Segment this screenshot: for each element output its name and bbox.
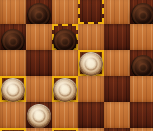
square-r0c1[interactable]: ⛂ [26,0,52,24]
square-r3c2[interactable]: ⛀ [52,76,78,102]
square-r3c4[interactable] [104,76,130,102]
solid-highlight [0,128,26,131]
board: ⛂⛂⛂⛂⛀⛂⛀⛀⛀ [0,0,153,131]
square-r1c3 [78,24,104,50]
square-r4c5[interactable] [130,102,153,128]
square-r5c2[interactable] [52,128,78,131]
square-r0c5[interactable]: ⛂ [130,0,153,24]
square-r3c0[interactable]: ⛀ [0,76,26,102]
square-r4c0 [0,102,26,128]
square-r2c5[interactable]: ⛂ [130,50,153,76]
square-r5c5 [130,128,153,131]
square-r1c0[interactable]: ⛂ [0,24,26,50]
square-r3c3 [78,76,104,102]
light-piece[interactable]: ⛀ [79,52,103,76]
square-r1c4[interactable] [104,24,130,50]
light-piece[interactable]: ⛀ [1,78,25,102]
square-r5c3 [78,128,104,131]
dashed-highlight [78,0,104,24]
square-r1c2[interactable]: ⛂ [52,24,78,50]
square-r0c3[interactable] [78,0,104,24]
square-r1c1 [26,24,52,50]
square-r2c2 [52,50,78,76]
light-piece[interactable]: ⛀ [27,104,51,128]
square-r4c3[interactable] [78,102,104,128]
square-r0c4 [104,0,130,24]
square-r4c1[interactable]: ⛀ [26,102,52,128]
square-r5c1 [26,128,52,131]
square-r3c5 [130,76,153,102]
square-r4c4 [104,102,130,128]
square-r2c1[interactable] [26,50,52,76]
square-r5c4[interactable] [104,128,130,131]
square-r2c3[interactable]: ⛀ [78,50,104,76]
light-piece[interactable]: ⛀ [53,78,77,102]
square-r3c1 [26,76,52,102]
solid-highlight [52,128,78,131]
square-r4c2 [52,102,78,128]
square-r2c0 [0,50,26,76]
square-r2c4 [104,50,130,76]
checkers-board-stage: ⛂⛂⛂⛂⛀⛂⛀⛀⛀ [0,0,153,131]
square-r1c5 [130,24,153,50]
square-r5c0[interactable] [0,128,26,131]
square-r0c0 [0,0,26,24]
square-r0c2 [52,0,78,24]
